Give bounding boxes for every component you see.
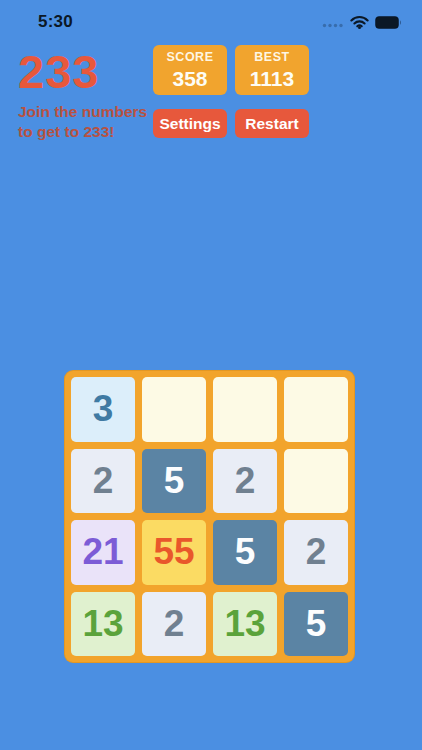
page-title: 233 [18,44,99,99]
settings-button[interactable]: Settings [153,109,227,138]
tile-3-r1c1: 3 [71,377,135,442]
subtitle: Join the numbers to get to 233! [18,102,147,142]
empty-cell-r1c4 [284,377,348,442]
subtitle-line-2: to get to 233! [18,122,147,142]
score-label: SCORE [167,50,214,64]
best-label: BEST [254,50,289,64]
subtitle-line-1: Join the numbers [18,102,147,122]
tile-5-r2c2: 5 [142,449,206,514]
tile-13-r4c1: 13 [71,592,135,657]
score-value: 358 [172,67,207,91]
best-value: 1113 [250,67,294,91]
cellular-dots-icon [322,17,344,29]
best-box: BEST 1113 [235,45,309,95]
empty-cell-r2c4 [284,449,348,514]
wifi-icon [350,16,369,29]
battery-icon [375,16,402,29]
tile-5-r4c4: 5 [284,592,348,657]
status-icons [322,16,402,29]
status-time: 5:30 [38,12,73,32]
score-box: SCORE 358 [153,45,227,95]
tile-2-r4c2: 2 [142,592,206,657]
tile-2-r3c4: 2 [284,520,348,585]
board[interactable]: 3252215552132135 [64,370,355,663]
empty-cell-r1c3 [213,377,277,442]
tile-5-r3c3: 5 [213,520,277,585]
tile-21-r3c1: 21 [71,520,135,585]
tile-2-r2c1: 2 [71,449,135,514]
status-bar: 5:30 [0,0,422,32]
empty-cell-r1c2 [142,377,206,442]
tile-2-r2c3: 2 [213,449,277,514]
tile-55-r3c2: 55 [142,520,206,585]
tile-13-r4c3: 13 [213,592,277,657]
restart-button[interactable]: Restart [235,109,309,138]
